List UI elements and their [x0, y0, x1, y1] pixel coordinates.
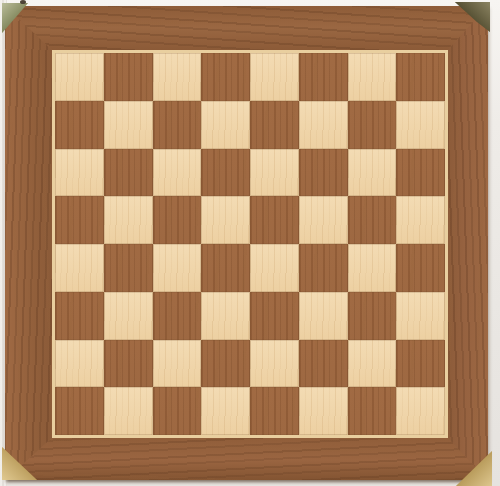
square-c5[interactable] — [153, 196, 202, 244]
walnut-frame-bottom — [5, 435, 488, 480]
square-g4[interactable] — [348, 244, 397, 292]
square-a2[interactable] — [55, 340, 104, 388]
square-c7[interactable] — [153, 101, 202, 149]
square-h1[interactable] — [396, 387, 445, 435]
square-f1[interactable] — [299, 387, 348, 435]
square-b2[interactable] — [104, 340, 153, 388]
square-f6[interactable] — [299, 149, 348, 197]
square-e2[interactable] — [250, 340, 299, 388]
square-b5[interactable] — [104, 196, 153, 244]
square-f2[interactable] — [299, 340, 348, 388]
square-d4[interactable] — [201, 244, 250, 292]
square-d1[interactable] — [201, 387, 250, 435]
square-h7[interactable] — [396, 101, 445, 149]
square-d2[interactable] — [201, 340, 250, 388]
corner-screw-mark — [20, 0, 26, 4]
square-e1[interactable] — [250, 387, 299, 435]
square-c3[interactable] — [153, 292, 202, 340]
square-h8[interactable] — [396, 53, 445, 101]
square-e6[interactable] — [250, 149, 299, 197]
square-f3[interactable] — [299, 292, 348, 340]
square-c4[interactable] — [153, 244, 202, 292]
square-g6[interactable] — [348, 149, 397, 197]
square-b8[interactable] — [104, 53, 153, 101]
square-g1[interactable] — [348, 387, 397, 435]
square-c6[interactable] — [153, 149, 202, 197]
square-h5[interactable] — [396, 196, 445, 244]
square-a6[interactable] — [55, 149, 104, 197]
square-g8[interactable] — [348, 53, 397, 101]
square-f8[interactable] — [299, 53, 348, 101]
square-d5[interactable] — [201, 196, 250, 244]
square-g3[interactable] — [348, 292, 397, 340]
square-b6[interactable] — [104, 149, 153, 197]
square-a4[interactable] — [55, 244, 104, 292]
square-g2[interactable] — [348, 340, 397, 388]
square-e8[interactable] — [250, 53, 299, 101]
playfield — [52, 50, 448, 438]
square-e4[interactable] — [250, 244, 299, 292]
square-f4[interactable] — [299, 244, 348, 292]
square-e5[interactable] — [250, 196, 299, 244]
square-a5[interactable] — [55, 196, 104, 244]
square-h6[interactable] — [396, 149, 445, 197]
square-d3[interactable] — [201, 292, 250, 340]
square-c8[interactable] — [153, 53, 202, 101]
square-d6[interactable] — [201, 149, 250, 197]
square-a1[interactable] — [55, 387, 104, 435]
square-a3[interactable] — [55, 292, 104, 340]
square-f7[interactable] — [299, 101, 348, 149]
square-f5[interactable] — [299, 196, 348, 244]
square-e3[interactable] — [250, 292, 299, 340]
square-d7[interactable] — [201, 101, 250, 149]
square-g7[interactable] — [348, 101, 397, 149]
square-c2[interactable] — [153, 340, 202, 388]
square-d8[interactable] — [201, 53, 250, 101]
chessboard-photo — [0, 0, 500, 486]
walnut-frame-top — [5, 6, 488, 53]
square-e7[interactable] — [250, 101, 299, 149]
walnut-frame-right — [445, 6, 488, 480]
square-b3[interactable] — [104, 292, 153, 340]
square-h3[interactable] — [396, 292, 445, 340]
square-b7[interactable] — [104, 101, 153, 149]
square-b1[interactable] — [104, 387, 153, 435]
square-h2[interactable] — [396, 340, 445, 388]
square-a7[interactable] — [55, 101, 104, 149]
square-a8[interactable] — [55, 53, 104, 101]
chess-board — [5, 6, 488, 480]
square-g5[interactable] — [348, 196, 397, 244]
square-b4[interactable] — [104, 244, 153, 292]
square-h4[interactable] — [396, 244, 445, 292]
square-c1[interactable] — [153, 387, 202, 435]
walnut-frame-left — [5, 6, 55, 480]
